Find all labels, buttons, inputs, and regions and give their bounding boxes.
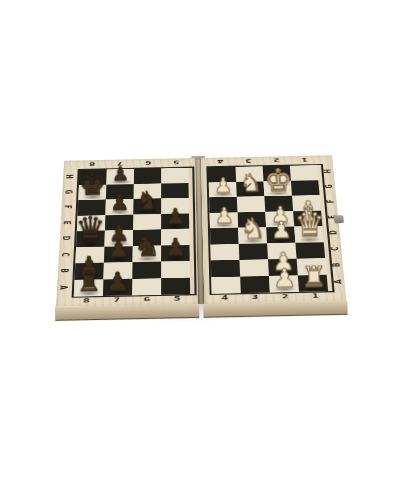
square-h7[interactable]: ♟ — [106, 169, 134, 184]
piece-white-pawn-g4[interactable]: ♟ — [213, 176, 232, 196]
square-g2[interactable]: ♚ — [264, 181, 292, 197]
board-grid-left: ♟♚♟♞♟♛♟♟♞♟♟♜♟ — [72, 167, 197, 298]
rank-label-far-4: 4 — [206, 158, 234, 166]
square-g4[interactable]: ♟ — [209, 182, 237, 198]
square-d1[interactable]: ♛ — [294, 226, 323, 242]
square-a8[interactable]: ♜ — [74, 279, 104, 296]
board-front-edge-left — [55, 304, 199, 321]
square-h1[interactable] — [290, 165, 318, 180]
rank-label-7: 7 — [102, 295, 132, 304]
square-c6[interactable]: ♞ — [133, 245, 162, 262]
square-h5[interactable] — [161, 168, 188, 183]
rank-label-8: 8 — [71, 296, 102, 305]
product-photo-background: 8765♟♚♟♞♟♛♟♟♞♟♟♜♟8765HGFEDCBA4321♟♞♚♟♟♝♞… — [0, 0, 400, 498]
square-c4[interactable] — [210, 244, 239, 261]
square-e4[interactable]: ♟ — [210, 212, 238, 228]
piece-black-pawn-a7[interactable]: ♟ — [105, 270, 129, 295]
rank-label-far-6: 6 — [134, 159, 162, 167]
board-tilt-wrap: 8765♟♚♟♞♟♛♟♟♞♟♟♜♟8765HGFEDCBA4321♟♞♚♟♟♝♞… — [56, 155, 346, 307]
piece-black-knight-f6[interactable]: ♞ — [135, 188, 159, 213]
square-a2[interactable]: ♟ — [269, 275, 299, 292]
square-f7[interactable]: ♟ — [105, 199, 133, 215]
chess-board: 8765♟♚♟♞♟♛♟♟♞♟♟♜♟8765HGFEDCBA4321♟♞♚♟♟♝♞… — [56, 155, 346, 307]
square-b5[interactable] — [161, 261, 190, 278]
square-h6[interactable] — [134, 168, 161, 183]
square-d2[interactable]: ♟ — [266, 227, 295, 243]
rank-label-far-5: 5 — [162, 159, 190, 167]
piece-white-rook-a1[interactable]: ♜ — [300, 263, 326, 290]
square-a3[interactable] — [240, 276, 270, 293]
square-a5[interactable] — [161, 277, 190, 294]
square-a7[interactable]: ♟ — [103, 279, 132, 296]
square-c5[interactable]: ♟ — [161, 245, 190, 262]
square-g5[interactable] — [161, 183, 189, 199]
square-g3[interactable]: ♞ — [236, 181, 264, 197]
piece-white-knight-d3[interactable]: ♞ — [240, 215, 266, 242]
piece-black-pawn-h7[interactable]: ♟ — [111, 165, 129, 184]
rank-label-far-1: 1 — [290, 156, 319, 163]
square-c3[interactable] — [239, 243, 268, 260]
piece-black-king-g8[interactable]: ♚ — [78, 169, 106, 199]
square-g1[interactable] — [291, 180, 320, 196]
near-rank-labels-right: 4321 — [210, 291, 331, 302]
board-grid-right: ♟♞♚♟♟♝♞♟♛♟♟♜ — [206, 164, 334, 295]
piece-black-pawn-f7[interactable]: ♟ — [109, 193, 129, 214]
board-half-right: 4321♟♞♚♟♟♝♞♟♛♟♟♜4321HGFEDCBA — [201, 155, 346, 304]
rank-label-6: 6 — [132, 295, 162, 304]
piece-black-knight-c6[interactable]: ♞ — [133, 232, 160, 261]
board-half-left: 8765♟♚♟♞♟♛♟♟♞♟♟♜♟8765HGFEDCBA — [56, 158, 198, 307]
square-b6[interactable] — [132, 261, 161, 278]
near-rank-labels-left: 8765 — [71, 294, 192, 305]
board-rotation-wrap: 8765♟♚♟♞♟♛♟♟♞♟♟♜♟8765HGFEDCBA4321♟♞♚♟♟♝♞… — [64, 155, 336, 341]
square-c1[interactable] — [295, 242, 325, 259]
square-c7[interactable]: ♟ — [104, 246, 133, 263]
square-a1[interactable]: ♜ — [298, 274, 328, 291]
square-d8[interactable]: ♛ — [76, 231, 105, 248]
piece-white-pawn-a2[interactable]: ♟ — [272, 266, 296, 291]
square-f3[interactable] — [237, 196, 265, 212]
piece-black-queen-d8[interactable]: ♛ — [75, 213, 106, 245]
square-b4[interactable] — [211, 260, 240, 277]
piece-white-knight-g3[interactable]: ♞ — [239, 172, 261, 196]
piece-black-rook-a8[interactable]: ♜ — [75, 268, 101, 295]
piece-white-pawn-e4[interactable]: ♟ — [214, 206, 234, 227]
piece-black-pawn-c7[interactable]: ♟ — [107, 238, 129, 262]
piece-white-king-g2[interactable]: ♚ — [264, 165, 292, 195]
square-d4[interactable] — [210, 228, 239, 244]
square-e5[interactable]: ♟ — [161, 213, 189, 229]
piece-black-pawn-c5[interactable]: ♟ — [164, 237, 186, 261]
square-f6[interactable]: ♞ — [133, 198, 161, 214]
board-front-edge-right — [203, 301, 347, 318]
square-g8[interactable]: ♚ — [78, 184, 106, 200]
square-d3[interactable]: ♞ — [238, 227, 267, 243]
piece-white-pawn-d2[interactable]: ♟ — [270, 219, 291, 241]
square-a4[interactable] — [211, 276, 241, 293]
square-b3[interactable] — [239, 259, 269, 276]
rank-label-far-3: 3 — [234, 157, 262, 165]
piece-white-queen-d1[interactable]: ♛ — [294, 209, 325, 241]
board-scene: 8765♟♚♟♞♟♛♟♟♞♟♟♜♟8765HGFEDCBA4321♟♞♚♟♟♝♞… — [66, 158, 334, 338]
piece-black-pawn-e5[interactable]: ♟ — [165, 207, 185, 228]
square-a6[interactable] — [132, 278, 161, 295]
